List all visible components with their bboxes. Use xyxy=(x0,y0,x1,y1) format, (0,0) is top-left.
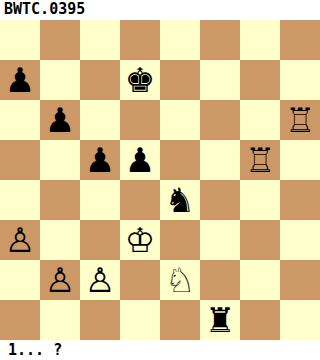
square-h2[interactable] xyxy=(280,260,320,300)
square-c5[interactable]: ♟ xyxy=(80,140,120,180)
square-e1[interactable] xyxy=(160,300,200,340)
square-a5[interactable] xyxy=(0,140,40,180)
square-c1[interactable] xyxy=(80,300,120,340)
square-f6[interactable] xyxy=(200,100,240,140)
square-h3[interactable] xyxy=(280,220,320,260)
chess-board: ♟♚♟♖♟♟♖♞♙♔♙♙♘♜ xyxy=(0,20,320,340)
square-h8[interactable] xyxy=(280,20,320,60)
square-g3[interactable] xyxy=(240,220,280,260)
black-knight-e4-icon: ♞ xyxy=(165,180,195,220)
white-king-d3-icon: ♔ xyxy=(125,220,155,260)
square-h6[interactable]: ♖ xyxy=(280,100,320,140)
black-pawn-c5-icon: ♟ xyxy=(85,140,115,180)
square-h4[interactable] xyxy=(280,180,320,220)
square-g7[interactable] xyxy=(240,60,280,100)
black-rook-f1-icon: ♜ xyxy=(205,300,235,340)
square-e6[interactable] xyxy=(160,100,200,140)
square-a2[interactable] xyxy=(0,260,40,300)
square-c6[interactable] xyxy=(80,100,120,140)
square-g6[interactable] xyxy=(240,100,280,140)
square-a7[interactable]: ♟ xyxy=(0,60,40,100)
square-f7[interactable] xyxy=(200,60,240,100)
white-knight-e2-icon: ♘ xyxy=(165,260,195,300)
chess-diagram-page: BWTC.0395 ♟♚♟♖♟♟♖♞♙♔♙♙♘♜ 1... ? xyxy=(0,0,320,360)
square-d8[interactable] xyxy=(120,20,160,60)
black-king-d7-icon: ♚ xyxy=(125,60,155,100)
square-b8[interactable] xyxy=(40,20,80,60)
square-f1[interactable]: ♜ xyxy=(200,300,240,340)
square-e5[interactable] xyxy=(160,140,200,180)
square-c2[interactable]: ♙ xyxy=(80,260,120,300)
square-e8[interactable] xyxy=(160,20,200,60)
square-e3[interactable] xyxy=(160,220,200,260)
black-pawn-d5-icon: ♟ xyxy=(125,140,155,180)
square-c8[interactable] xyxy=(80,20,120,60)
square-g2[interactable] xyxy=(240,260,280,300)
square-f4[interactable] xyxy=(200,180,240,220)
square-c4[interactable] xyxy=(80,180,120,220)
square-e7[interactable] xyxy=(160,60,200,100)
square-f2[interactable] xyxy=(200,260,240,300)
square-b4[interactable] xyxy=(40,180,80,220)
square-h5[interactable] xyxy=(280,140,320,180)
white-rook-g5-icon: ♖ xyxy=(245,140,275,180)
square-g8[interactable] xyxy=(240,20,280,60)
square-e2[interactable]: ♘ xyxy=(160,260,200,300)
square-c3[interactable] xyxy=(80,220,120,260)
white-pawn-a3-icon: ♙ xyxy=(5,220,35,260)
square-a4[interactable] xyxy=(0,180,40,220)
white-rook-h6-icon: ♖ xyxy=(285,100,315,140)
square-d5[interactable]: ♟ xyxy=(120,140,160,180)
square-a3[interactable]: ♙ xyxy=(0,220,40,260)
square-b1[interactable] xyxy=(40,300,80,340)
white-pawn-c2-icon: ♙ xyxy=(85,260,115,300)
square-d3[interactable]: ♔ xyxy=(120,220,160,260)
square-a1[interactable] xyxy=(0,300,40,340)
black-pawn-b6-icon: ♟ xyxy=(45,100,75,140)
square-b3[interactable] xyxy=(40,220,80,260)
square-f5[interactable] xyxy=(200,140,240,180)
square-d6[interactable] xyxy=(120,100,160,140)
square-b5[interactable] xyxy=(40,140,80,180)
square-a8[interactable] xyxy=(0,20,40,60)
square-g4[interactable] xyxy=(240,180,280,220)
square-a6[interactable] xyxy=(0,100,40,140)
square-g1[interactable] xyxy=(240,300,280,340)
square-d7[interactable]: ♚ xyxy=(120,60,160,100)
square-h1[interactable] xyxy=(280,300,320,340)
move-prompt: 1... ? xyxy=(0,340,320,360)
square-d2[interactable] xyxy=(120,260,160,300)
puzzle-title: BWTC.0395 xyxy=(0,0,320,20)
black-pawn-a7-icon: ♟ xyxy=(5,60,35,100)
square-d1[interactable] xyxy=(120,300,160,340)
square-e4[interactable]: ♞ xyxy=(160,180,200,220)
square-h7[interactable] xyxy=(280,60,320,100)
square-b2[interactable]: ♙ xyxy=(40,260,80,300)
square-b6[interactable]: ♟ xyxy=(40,100,80,140)
white-pawn-b2-icon: ♙ xyxy=(45,260,75,300)
square-g5[interactable]: ♖ xyxy=(240,140,280,180)
square-d4[interactable] xyxy=(120,180,160,220)
square-f8[interactable] xyxy=(200,20,240,60)
square-b7[interactable] xyxy=(40,60,80,100)
square-c7[interactable] xyxy=(80,60,120,100)
square-f3[interactable] xyxy=(200,220,240,260)
